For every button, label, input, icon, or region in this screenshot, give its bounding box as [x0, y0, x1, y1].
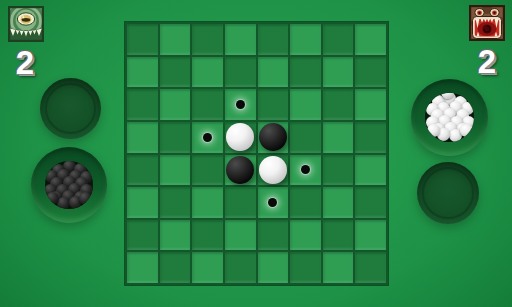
cell-e6[interactable] [258, 187, 289, 218]
cell-c8[interactable] [192, 252, 223, 283]
cell-e5[interactable] [258, 155, 289, 186]
cell-d4[interactable] [225, 122, 256, 153]
cell-c3[interactable] [192, 89, 223, 120]
white-disc [259, 156, 287, 184]
left-empty-bowl [40, 78, 101, 139]
right-player-score: 2 [466, 46, 508, 78]
cell-b2[interactable] [160, 57, 191, 88]
cell-g8[interactable] [323, 252, 354, 283]
white-disc [226, 123, 254, 151]
cell-d3[interactable] [225, 89, 256, 120]
cell-b7[interactable] [160, 220, 191, 251]
cell-h1[interactable] [355, 24, 386, 55]
white-disc-bowl-opening [425, 93, 474, 142]
cell-c2[interactable] [192, 57, 223, 88]
cell-h5[interactable] [355, 155, 386, 186]
cell-f1[interactable] [290, 24, 321, 55]
cell-f2[interactable] [290, 57, 321, 88]
cell-a5[interactable] [127, 155, 158, 186]
cell-g1[interactable] [323, 24, 354, 55]
white-tray-disc [460, 124, 473, 137]
cell-e7[interactable] [258, 220, 289, 251]
black-disc [226, 156, 254, 184]
white-disc-bowl [411, 79, 488, 156]
cell-b8[interactable] [160, 252, 191, 283]
cell-g7[interactable] [323, 220, 354, 251]
cell-c6[interactable] [192, 187, 223, 218]
legal-move-dot[interactable] [301, 165, 310, 174]
cell-f6[interactable] [290, 187, 321, 218]
cell-a4[interactable] [127, 122, 158, 153]
cell-h2[interactable] [355, 57, 386, 88]
cell-f5[interactable] [290, 155, 321, 186]
cell-a1[interactable] [127, 24, 158, 55]
cell-g3[interactable] [323, 89, 354, 120]
cell-h4[interactable] [355, 122, 386, 153]
white-tray-disc [427, 124, 440, 137]
cell-e2[interactable] [258, 57, 289, 88]
cell-h8[interactable] [355, 252, 386, 283]
legal-move-dot[interactable] [203, 133, 212, 142]
cell-d6[interactable] [225, 187, 256, 218]
cell-e1[interactable] [258, 24, 289, 55]
cell-h3[interactable] [355, 89, 386, 120]
legal-move-dot[interactable] [236, 100, 245, 109]
cell-a3[interactable] [127, 89, 158, 120]
left-player-score: 2 [4, 47, 46, 79]
cell-f4[interactable] [290, 122, 321, 153]
cell-e4[interactable] [258, 122, 289, 153]
cell-d1[interactable] [225, 24, 256, 55]
right-empty-bowl [417, 162, 479, 224]
cell-f8[interactable] [290, 252, 321, 283]
cell-f7[interactable] [290, 220, 321, 251]
cell-f3[interactable] [290, 89, 321, 120]
cell-h7[interactable] [355, 220, 386, 251]
cell-g6[interactable] [323, 187, 354, 218]
cell-a2[interactable] [127, 57, 158, 88]
cell-d2[interactable] [225, 57, 256, 88]
cell-b1[interactable] [160, 24, 191, 55]
cell-b5[interactable] [160, 155, 191, 186]
cell-c5[interactable] [192, 155, 223, 186]
game-screen: 2 2 [0, 0, 512, 307]
cell-g4[interactable] [323, 122, 354, 153]
cell-b3[interactable] [160, 89, 191, 120]
cell-c4[interactable] [192, 122, 223, 153]
cell-e8[interactable] [258, 252, 289, 283]
cell-b6[interactable] [160, 187, 191, 218]
right-player-avatar-red-monster-icon [469, 5, 505, 41]
cell-c1[interactable] [192, 24, 223, 55]
legal-move-dot[interactable] [268, 198, 277, 207]
black-disc-bowl [31, 147, 107, 223]
cell-d8[interactable] [225, 252, 256, 283]
left-player-avatar-green-monster-icon [8, 6, 44, 42]
black-tray-disc [79, 192, 92, 205]
black-disc [259, 123, 287, 151]
cell-c7[interactable] [192, 220, 223, 251]
cell-a6[interactable] [127, 187, 158, 218]
cell-d5[interactable] [225, 155, 256, 186]
cell-g5[interactable] [323, 155, 354, 186]
cell-d7[interactable] [225, 220, 256, 251]
cell-h6[interactable] [355, 187, 386, 218]
black-tray-disc [46, 192, 59, 205]
cell-e3[interactable] [258, 89, 289, 120]
cell-g2[interactable] [323, 57, 354, 88]
cell-a7[interactable] [127, 220, 158, 251]
black-disc-bowl-opening [45, 161, 93, 209]
othello-board [124, 21, 389, 286]
cell-a8[interactable] [127, 252, 158, 283]
cell-b4[interactable] [160, 122, 191, 153]
